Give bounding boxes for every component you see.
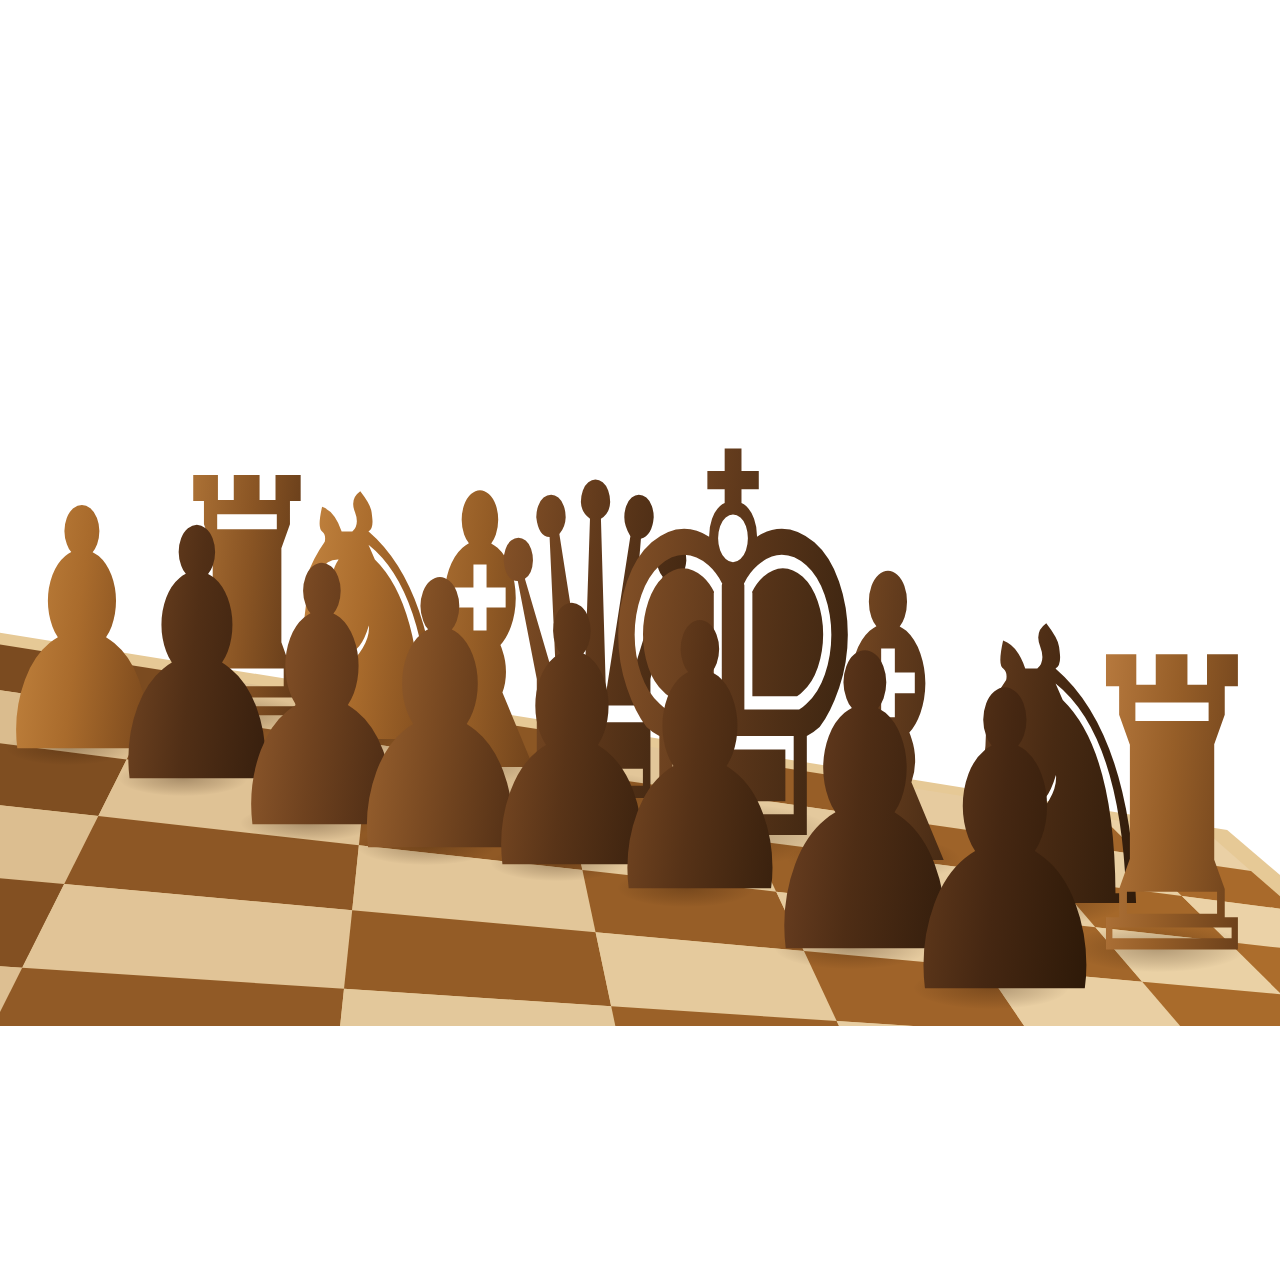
product-photo-page: { "game": "chess", "scene_description": … [0,0,1280,1280]
piece-pawn-h: ♟ [883,640,1127,1026]
chess-set-photo: ♜♞♟♝♟♛♟♚♟♝♟♟♞♜♟♟ [0,0,1280,1026]
